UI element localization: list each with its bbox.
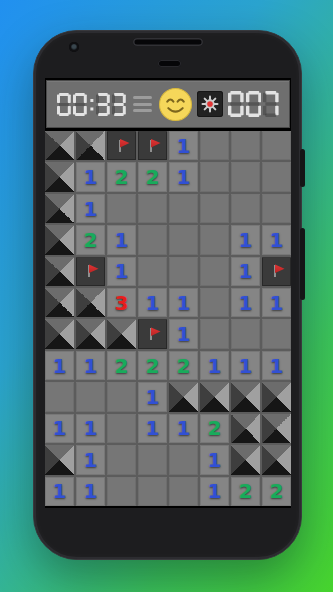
cell-r0c4[interactable]: 1 xyxy=(169,131,198,160)
menu-button[interactable] xyxy=(131,92,154,116)
cell-r9c0[interactable]: 1 xyxy=(45,414,74,443)
cell-r10c1[interactable]: 1 xyxy=(76,445,105,474)
cell-r4c7[interactable] xyxy=(262,257,291,286)
cell-r8c4[interactable] xyxy=(169,382,198,411)
cell-r10c0[interactable] xyxy=(45,445,74,474)
cell-r1c5[interactable] xyxy=(200,162,229,191)
earpiece-speaker xyxy=(133,38,203,46)
phone-frame: 112211211111311111112221111111121111122 xyxy=(33,30,302,560)
cell-r5c1[interactable] xyxy=(76,288,105,317)
cell-r11c1[interactable]: 1 xyxy=(76,477,105,506)
cell-r8c0[interactable] xyxy=(45,382,74,411)
cell-r5c0[interactable] xyxy=(45,288,74,317)
cell-r5c3[interactable]: 1 xyxy=(138,288,167,317)
cell-r3c3[interactable] xyxy=(138,225,167,254)
cell-r11c3[interactable] xyxy=(138,477,167,506)
cell-r11c5[interactable]: 1 xyxy=(200,477,229,506)
cell-r0c0[interactable] xyxy=(45,131,74,160)
power-button[interactable] xyxy=(300,149,305,187)
cell-r2c7[interactable] xyxy=(262,194,291,223)
cell-r5c7[interactable]: 1 xyxy=(262,288,291,317)
flag-icon xyxy=(114,138,130,154)
cell-r3c5[interactable] xyxy=(200,225,229,254)
cell-r7c6[interactable]: 1 xyxy=(231,351,260,380)
cell-r0c1[interactable] xyxy=(76,131,105,160)
cell-r3c0[interactable] xyxy=(45,225,74,254)
flag-icon xyxy=(145,326,161,342)
cell-r10c7[interactable] xyxy=(262,445,291,474)
cell-r9c5[interactable]: 2 xyxy=(200,414,229,443)
cell-r7c7[interactable]: 1 xyxy=(262,351,291,380)
cell-r8c3[interactable]: 1 xyxy=(138,382,167,411)
cell-r9c1[interactable]: 1 xyxy=(76,414,105,443)
cell-r6c1[interactable] xyxy=(76,319,105,348)
cell-r9c6[interactable] xyxy=(231,414,260,443)
cell-r1c1[interactable]: 1 xyxy=(76,162,105,191)
cell-r9c3[interactable]: 1 xyxy=(138,414,167,443)
cell-r6c2[interactable] xyxy=(107,319,136,348)
cell-r2c4[interactable] xyxy=(169,194,198,223)
cell-r0c6[interactable] xyxy=(231,131,260,160)
cell-r5c6[interactable]: 1 xyxy=(231,288,260,317)
cell-r6c6[interactable] xyxy=(231,319,260,348)
cell-r0c5[interactable] xyxy=(200,131,229,160)
cell-r3c6[interactable]: 1 xyxy=(231,225,260,254)
cell-r6c3[interactable] xyxy=(138,319,167,348)
cell-r7c1[interactable]: 1 xyxy=(76,351,105,380)
cell-r3c7[interactable]: 1 xyxy=(262,225,291,254)
cell-r9c7[interactable] xyxy=(262,414,291,443)
cell-r7c3[interactable]: 2 xyxy=(138,351,167,380)
cell-r1c4[interactable]: 1 xyxy=(169,162,198,191)
cell-r10c4[interactable] xyxy=(169,445,198,474)
cell-r8c7[interactable] xyxy=(262,382,291,411)
cell-r4c6[interactable]: 1 xyxy=(231,257,260,286)
cell-r4c3[interactable] xyxy=(138,257,167,286)
cell-r8c2[interactable] xyxy=(107,382,136,411)
cell-r2c1[interactable]: 1 xyxy=(76,194,105,223)
cell-r6c0[interactable] xyxy=(45,319,74,348)
cell-r1c3[interactable]: 2 xyxy=(138,162,167,191)
cell-r10c3[interactable] xyxy=(138,445,167,474)
cell-r6c5[interactable] xyxy=(200,319,229,348)
front-camera-icon xyxy=(69,42,79,52)
mine-counter-display xyxy=(228,91,279,117)
cell-r4c4[interactable] xyxy=(169,257,198,286)
cell-r6c4[interactable]: 1 xyxy=(169,319,198,348)
cell-r1c6[interactable] xyxy=(231,162,260,191)
cell-r2c5[interactable] xyxy=(200,194,229,223)
cell-r4c2[interactable]: 1 xyxy=(107,257,136,286)
mine-counter-button[interactable] xyxy=(197,91,223,117)
cell-r7c0[interactable]: 1 xyxy=(45,351,74,380)
cell-r2c3[interactable] xyxy=(138,194,167,223)
restart-button[interactable] xyxy=(159,88,192,121)
cell-r0c2[interactable] xyxy=(107,131,136,160)
cell-r7c4[interactable]: 2 xyxy=(169,351,198,380)
cell-r10c5[interactable]: 1 xyxy=(200,445,229,474)
sensor-pill xyxy=(158,60,181,67)
cell-r5c4[interactable]: 1 xyxy=(169,288,198,317)
cell-r2c0[interactable] xyxy=(45,194,74,223)
cell-r6c7[interactable] xyxy=(262,319,291,348)
board: 112211211111311111112221111111121111122 xyxy=(45,131,291,506)
cell-r1c0[interactable] xyxy=(45,162,74,191)
flag-icon xyxy=(269,263,285,279)
cell-r7c2[interactable]: 2 xyxy=(107,351,136,380)
cell-r11c0[interactable]: 1 xyxy=(45,477,74,506)
cell-r4c1[interactable] xyxy=(76,257,105,286)
cell-r11c4[interactable] xyxy=(169,477,198,506)
cell-r11c6[interactable]: 2 xyxy=(231,477,260,506)
cell-r0c7[interactable] xyxy=(262,131,291,160)
timer-display xyxy=(57,93,126,116)
cell-r1c7[interactable] xyxy=(262,162,291,191)
cell-r10c2[interactable] xyxy=(107,445,136,474)
cell-r0c3[interactable] xyxy=(138,131,167,160)
cell-r2c2[interactable] xyxy=(107,194,136,223)
cell-r4c5[interactable] xyxy=(200,257,229,286)
cell-r3c1[interactable]: 2 xyxy=(76,225,105,254)
hamburger-icon xyxy=(133,96,152,99)
mine-icon xyxy=(200,94,220,114)
cell-r2c6[interactable] xyxy=(231,194,260,223)
cell-r8c5[interactable] xyxy=(200,382,229,411)
cell-r5c2[interactable]: 3 xyxy=(107,288,136,317)
game-header xyxy=(46,80,290,128)
volume-button[interactable] xyxy=(300,228,305,300)
cell-r9c2[interactable] xyxy=(107,414,136,443)
cell-r10c6[interactable] xyxy=(231,445,260,474)
cell-r9c4[interactable]: 1 xyxy=(169,414,198,443)
cell-r11c7[interactable]: 2 xyxy=(262,477,291,506)
cell-r8c6[interactable] xyxy=(231,382,260,411)
cell-r3c4[interactable] xyxy=(169,225,198,254)
smiley-happy-icon xyxy=(159,88,192,121)
phone-screen: 112211211111311111112221111111121111122 xyxy=(45,78,291,508)
cell-r1c2[interactable]: 2 xyxy=(107,162,136,191)
desktop-background: { "game": "minesweeper", "app": { "heade… xyxy=(0,0,333,592)
cell-r11c2[interactable] xyxy=(107,477,136,506)
cell-r7c5[interactable]: 1 xyxy=(200,351,229,380)
cell-r8c1[interactable] xyxy=(76,382,105,411)
flag-icon xyxy=(83,263,99,279)
cell-r3c2[interactable]: 1 xyxy=(107,225,136,254)
cell-r4c0[interactable] xyxy=(45,257,74,286)
cell-r5c5[interactable] xyxy=(200,288,229,317)
flag-icon xyxy=(145,138,161,154)
